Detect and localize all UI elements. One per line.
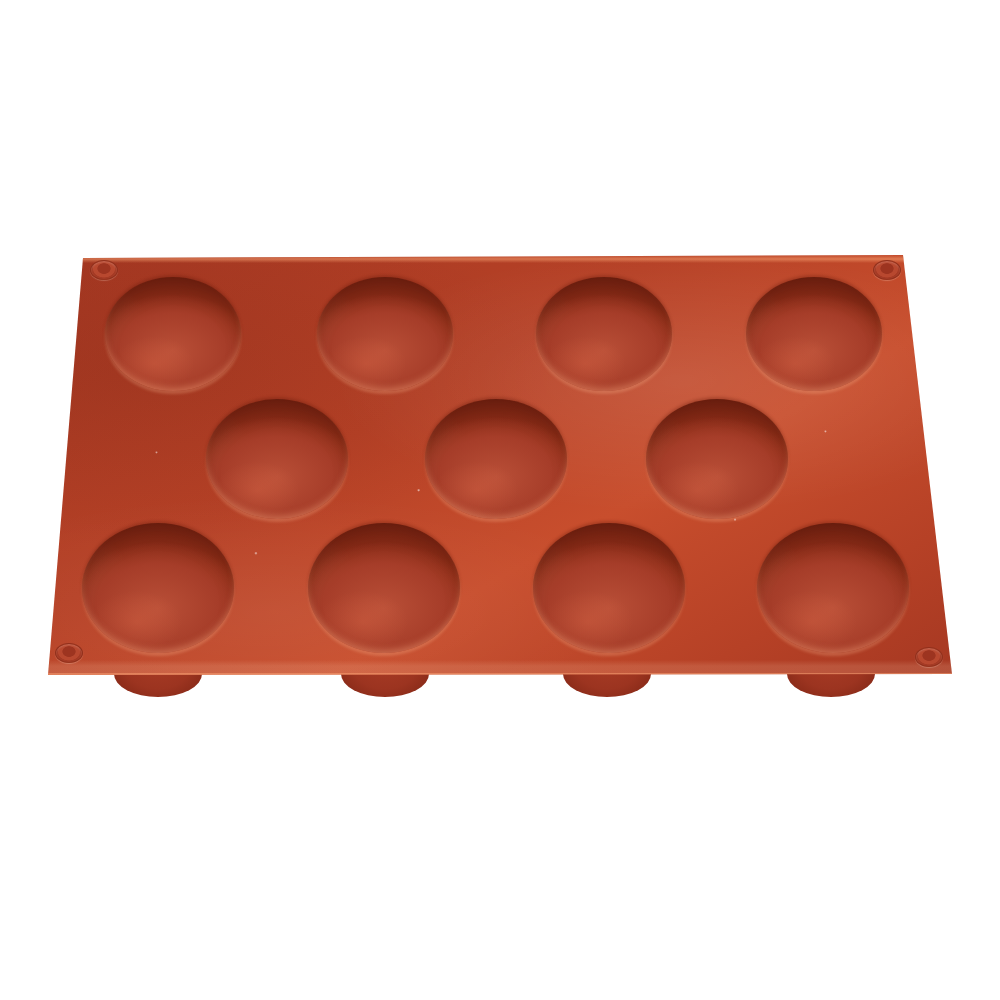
cavity-top	[746, 277, 882, 391]
corner-rivet	[55, 643, 83, 663]
cavity-bottom	[82, 523, 234, 653]
product-photo-stage	[0, 0, 1000, 1000]
cavity-middle	[206, 399, 348, 519]
mold-sheet	[48, 255, 952, 675]
corner-rivet	[90, 260, 118, 280]
corner-rivet	[873, 260, 901, 280]
cavity-bottom	[757, 523, 909, 653]
cavity-bottom	[533, 523, 685, 653]
cavity-middle	[425, 399, 567, 519]
corner-rivet	[915, 647, 943, 667]
cavity-top	[105, 277, 241, 391]
cavity-top	[536, 277, 672, 391]
cavity-bottom	[308, 523, 460, 653]
cavity-middle	[646, 399, 788, 519]
cavity-top	[317, 277, 453, 391]
